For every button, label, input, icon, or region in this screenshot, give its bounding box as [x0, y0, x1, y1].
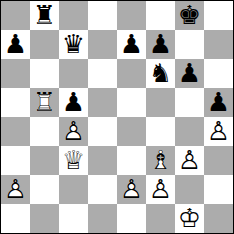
square-h8[interactable]: [204, 1, 233, 30]
square-h7[interactable]: [204, 30, 233, 59]
square-h5[interactable]: ♟: [204, 88, 233, 117]
square-g6[interactable]: ♟: [175, 59, 204, 88]
square-b8[interactable]: ♜: [30, 1, 59, 30]
square-c6[interactable]: [59, 59, 88, 88]
square-d5[interactable]: [88, 88, 117, 117]
black-pawn-icon: ♟: [117, 30, 146, 59]
square-d3[interactable]: [88, 146, 117, 175]
square-d8[interactable]: [88, 1, 117, 30]
white-pawn-icon: ♟♙: [1, 175, 30, 204]
square-c4[interactable]: ♟♙: [59, 117, 88, 146]
square-a6[interactable]: [1, 59, 30, 88]
square-e3[interactable]: [117, 146, 146, 175]
white-bishop-icon: ♝♗: [146, 146, 175, 175]
black-knight-icon: ♞: [146, 59, 175, 88]
square-e7[interactable]: ♟: [117, 30, 146, 59]
square-g5[interactable]: [175, 88, 204, 117]
square-c1[interactable]: [59, 204, 88, 233]
square-d2[interactable]: [88, 175, 117, 204]
white-pawn-icon: ♟♙: [146, 175, 175, 204]
square-b5[interactable]: ♜♖: [30, 88, 59, 117]
square-g4[interactable]: [175, 117, 204, 146]
square-h2[interactable]: [204, 175, 233, 204]
square-b4[interactable]: [30, 117, 59, 146]
square-h6[interactable]: [204, 59, 233, 88]
square-f7[interactable]: ♟: [146, 30, 175, 59]
square-f6[interactable]: ♞: [146, 59, 175, 88]
square-a4[interactable]: [1, 117, 30, 146]
square-g3[interactable]: ♟♙: [175, 146, 204, 175]
square-c3[interactable]: ♛♕: [59, 146, 88, 175]
square-d4[interactable]: [88, 117, 117, 146]
square-g7[interactable]: [175, 30, 204, 59]
square-f1[interactable]: [146, 204, 175, 233]
square-e6[interactable]: [117, 59, 146, 88]
white-pawn-icon: ♟♙: [204, 117, 233, 146]
black-pawn-icon: ♟: [204, 88, 233, 117]
black-pawn-icon: ♟: [146, 30, 175, 59]
square-b1[interactable]: [30, 204, 59, 233]
white-king-icon: ♚♔: [175, 204, 204, 233]
square-h3[interactable]: [204, 146, 233, 175]
square-f4[interactable]: [146, 117, 175, 146]
square-a7[interactable]: ♟: [1, 30, 30, 59]
square-b7[interactable]: [30, 30, 59, 59]
white-pawn-icon: ♟♙: [59, 117, 88, 146]
square-a2[interactable]: ♟♙: [1, 175, 30, 204]
chess-board: ♜♚♟♛♟♟♞♟♜♖♟♟♟♙♟♙♛♕♝♗♟♙♟♙♟♙♟♙♚♔: [1, 1, 233, 233]
square-f5[interactable]: [146, 88, 175, 117]
square-a5[interactable]: [1, 88, 30, 117]
square-f8[interactable]: [146, 1, 175, 30]
square-g2[interactable]: [175, 175, 204, 204]
square-e8[interactable]: [117, 1, 146, 30]
square-f2[interactable]: ♟♙: [146, 175, 175, 204]
square-b6[interactable]: [30, 59, 59, 88]
square-h1[interactable]: [204, 204, 233, 233]
black-pawn-icon: ♟: [175, 59, 204, 88]
white-pawn-icon: ♟♙: [175, 146, 204, 175]
square-c7[interactable]: ♛: [59, 30, 88, 59]
square-e4[interactable]: [117, 117, 146, 146]
square-g1[interactable]: ♚♔: [175, 204, 204, 233]
black-queen-icon: ♛: [59, 30, 88, 59]
square-d6[interactable]: [88, 59, 117, 88]
square-d7[interactable]: [88, 30, 117, 59]
square-c5[interactable]: ♟: [59, 88, 88, 117]
square-c8[interactable]: [59, 1, 88, 30]
white-rook-icon: ♜♖: [30, 88, 59, 117]
black-pawn-icon: ♟: [59, 88, 88, 117]
chess-board-frame: ♜♚♟♛♟♟♞♟♜♖♟♟♟♙♟♙♛♕♝♗♟♙♟♙♟♙♟♙♚♔: [0, 0, 234, 234]
white-queen-icon: ♛♕: [59, 146, 88, 175]
square-e1[interactable]: [117, 204, 146, 233]
square-a3[interactable]: [1, 146, 30, 175]
square-a1[interactable]: [1, 204, 30, 233]
black-king-icon: ♚: [175, 1, 204, 30]
square-e5[interactable]: [117, 88, 146, 117]
black-pawn-icon: ♟: [1, 30, 30, 59]
square-f3[interactable]: ♝♗: [146, 146, 175, 175]
black-rook-icon: ♜: [30, 1, 59, 30]
square-a8[interactable]: [1, 1, 30, 30]
white-pawn-icon: ♟♙: [117, 175, 146, 204]
square-h4[interactable]: ♟♙: [204, 117, 233, 146]
square-e2[interactable]: ♟♙: [117, 175, 146, 204]
square-b3[interactable]: [30, 146, 59, 175]
square-d1[interactable]: [88, 204, 117, 233]
square-g8[interactable]: ♚: [175, 1, 204, 30]
square-c2[interactable]: [59, 175, 88, 204]
square-b2[interactable]: [30, 175, 59, 204]
